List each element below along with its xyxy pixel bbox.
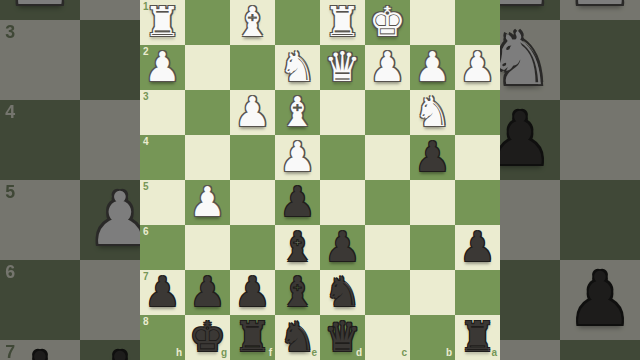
square-d2[interactable]: ♛ xyxy=(320,45,365,90)
square-b5[interactable] xyxy=(410,180,455,225)
black-pawn-f7[interactable]: ♟ xyxy=(230,270,275,315)
black-pawn-a6[interactable]: ♟ xyxy=(455,225,500,270)
square-c7[interactable] xyxy=(365,270,410,315)
square-a3 xyxy=(560,20,640,100)
black-queen-d8[interactable]: ♛ xyxy=(320,315,365,360)
white-pawn-e4[interactable]: ♟ xyxy=(275,135,320,180)
square-f5[interactable] xyxy=(230,180,275,225)
square-f7[interactable]: ♟ xyxy=(230,270,275,315)
square-h6: 6 xyxy=(0,260,80,340)
square-h4[interactable]: 4 xyxy=(140,135,185,180)
black-king-g8[interactable]: ♚ xyxy=(185,315,230,360)
square-f3[interactable]: ♟ xyxy=(230,90,275,135)
rank-label-8: 8 xyxy=(143,317,149,327)
square-c1[interactable]: ♚ xyxy=(365,0,410,45)
square-f1[interactable]: ♝ xyxy=(230,0,275,45)
square-e5[interactable]: ♟ xyxy=(275,180,320,225)
square-a1[interactable] xyxy=(455,0,500,45)
square-d1[interactable]: ♜ xyxy=(320,0,365,45)
square-b3[interactable]: ♞ xyxy=(410,90,455,135)
square-h6[interactable]: 6 xyxy=(140,225,185,270)
square-d3[interactable] xyxy=(320,90,365,135)
square-a8[interactable]: a♜ xyxy=(455,315,500,360)
white-knight-e2[interactable]: ♞ xyxy=(275,45,320,90)
square-a4 xyxy=(560,100,640,180)
rank-label-4: 4 xyxy=(5,104,15,122)
square-c5[interactable] xyxy=(365,180,410,225)
square-g1[interactable] xyxy=(185,0,230,45)
white-rook-h1[interactable]: ♜ xyxy=(140,0,185,45)
square-e4[interactable]: ♟ xyxy=(275,135,320,180)
black-pawn-d6[interactable]: ♟ xyxy=(320,225,365,270)
black-knight-d7[interactable]: ♞ xyxy=(320,270,365,315)
square-b1[interactable] xyxy=(410,0,455,45)
square-f8[interactable]: f♜ xyxy=(230,315,275,360)
rank-label-5: 5 xyxy=(143,182,149,192)
square-b7[interactable] xyxy=(410,270,455,315)
rank-label-3: 3 xyxy=(143,92,149,102)
square-e7[interactable]: ♝ xyxy=(275,270,320,315)
square-a2[interactable]: ♟ xyxy=(455,45,500,90)
square-a2: ♟ xyxy=(560,0,640,20)
square-h1[interactable]: 1♜ xyxy=(140,0,185,45)
square-h7[interactable]: 7♟ xyxy=(140,270,185,315)
black-pawn-b4[interactable]: ♟ xyxy=(410,135,455,180)
square-b2[interactable]: ♟ xyxy=(410,45,455,90)
square-a6: ♟ xyxy=(560,260,640,340)
square-a4[interactable] xyxy=(455,135,500,180)
square-b8[interactable]: b xyxy=(410,315,455,360)
square-c4[interactable] xyxy=(365,135,410,180)
white-pawn-a2: ♟ xyxy=(560,0,640,20)
black-bishop-e6[interactable]: ♝ xyxy=(275,225,320,270)
rank-label-6: 6 xyxy=(143,227,149,237)
black-knight-e8[interactable]: ♞ xyxy=(275,315,320,360)
square-f6[interactable] xyxy=(230,225,275,270)
square-a3[interactable] xyxy=(455,90,500,135)
square-g2[interactable] xyxy=(185,45,230,90)
square-e6[interactable]: ♝ xyxy=(275,225,320,270)
square-d4[interactable] xyxy=(320,135,365,180)
video-frame: 1♜♝♜♚2♟♞♛♟♟♟3♟♝♞4♟♟5♟♟6♝♟♟7♟♟♟♝♞8hg♚f♜e♞… xyxy=(0,0,640,360)
file-label-c: c xyxy=(401,348,407,358)
square-c8[interactable]: c xyxy=(365,315,410,360)
square-h5[interactable]: 5 xyxy=(140,180,185,225)
white-pawn-h2: ♟ xyxy=(0,0,80,20)
square-h8[interactable]: 8h xyxy=(140,315,185,360)
white-pawn-g5[interactable]: ♟ xyxy=(185,180,230,225)
square-a6[interactable]: ♟ xyxy=(455,225,500,270)
black-rook-a8[interactable]: ♜ xyxy=(455,315,500,360)
square-c6[interactable] xyxy=(365,225,410,270)
square-h3[interactable]: 3 xyxy=(140,90,185,135)
square-a7[interactable] xyxy=(455,270,500,315)
square-g8[interactable]: g♚ xyxy=(185,315,230,360)
square-d8[interactable]: d♛ xyxy=(320,315,365,360)
white-bishop-f1[interactable]: ♝ xyxy=(230,0,275,45)
white-pawn-c2[interactable]: ♟ xyxy=(365,45,410,90)
square-e3[interactable]: ♝ xyxy=(275,90,320,135)
square-g7[interactable]: ♟ xyxy=(185,270,230,315)
square-a7 xyxy=(560,340,640,360)
square-h7: 7♟ xyxy=(0,340,80,360)
square-h2: 2♟ xyxy=(0,0,80,20)
square-d5[interactable] xyxy=(320,180,365,225)
white-rook-d1[interactable]: ♜ xyxy=(320,0,365,45)
square-g5[interactable]: ♟ xyxy=(185,180,230,225)
file-label-h: h xyxy=(176,348,182,358)
square-h2[interactable]: 2♟ xyxy=(140,45,185,90)
square-a5[interactable] xyxy=(455,180,500,225)
white-pawn-b2[interactable]: ♟ xyxy=(410,45,455,90)
white-pawn-h2[interactable]: ♟ xyxy=(140,45,185,90)
rank-label-6: 6 xyxy=(5,264,15,282)
square-g4[interactable] xyxy=(185,135,230,180)
white-knight-b3[interactable]: ♞ xyxy=(410,90,455,135)
black-pawn-h7: ♟ xyxy=(0,340,80,360)
black-rook-f8[interactable]: ♜ xyxy=(230,315,275,360)
square-e8[interactable]: e♞ xyxy=(275,315,320,360)
square-e2[interactable]: ♞ xyxy=(275,45,320,90)
square-h3: 3 xyxy=(0,20,80,100)
white-king-c1[interactable]: ♚ xyxy=(365,0,410,45)
white-pawn-f3[interactable]: ♟ xyxy=(230,90,275,135)
chess-board[interactable]: 1♜♝♜♚2♟♞♛♟♟♟3♟♝♞4♟♟5♟♟6♝♟♟7♟♟♟♝♞8hg♚f♜e♞… xyxy=(140,0,500,360)
rank-label-4: 4 xyxy=(143,137,149,147)
rank-label-5: 5 xyxy=(5,184,15,202)
square-d7[interactable]: ♞ xyxy=(320,270,365,315)
white-queen-d2[interactable]: ♛ xyxy=(320,45,365,90)
square-d6[interactable]: ♟ xyxy=(320,225,365,270)
square-h5: 5 xyxy=(0,180,80,260)
file-label-b: b xyxy=(446,348,452,358)
black-pawn-e5[interactable]: ♟ xyxy=(275,180,320,225)
rank-label-3: 3 xyxy=(5,24,15,42)
white-pawn-a2[interactable]: ♟ xyxy=(455,45,500,90)
square-c3[interactable] xyxy=(365,90,410,135)
square-b6[interactable] xyxy=(410,225,455,270)
black-pawn-h7[interactable]: ♟ xyxy=(140,270,185,315)
square-e1[interactable] xyxy=(275,0,320,45)
white-bishop-e3[interactable]: ♝ xyxy=(275,90,320,135)
square-g6[interactable] xyxy=(185,225,230,270)
square-g3[interactable] xyxy=(185,90,230,135)
square-b4[interactable]: ♟ xyxy=(410,135,455,180)
square-h4: 4 xyxy=(0,100,80,180)
square-f4[interactable] xyxy=(230,135,275,180)
square-a5 xyxy=(560,180,640,260)
square-c2[interactable]: ♟ xyxy=(365,45,410,90)
black-bishop-e7[interactable]: ♝ xyxy=(275,270,320,315)
black-pawn-g7[interactable]: ♟ xyxy=(185,270,230,315)
square-f2[interactable] xyxy=(230,45,275,90)
black-pawn-a6: ♟ xyxy=(560,260,640,340)
